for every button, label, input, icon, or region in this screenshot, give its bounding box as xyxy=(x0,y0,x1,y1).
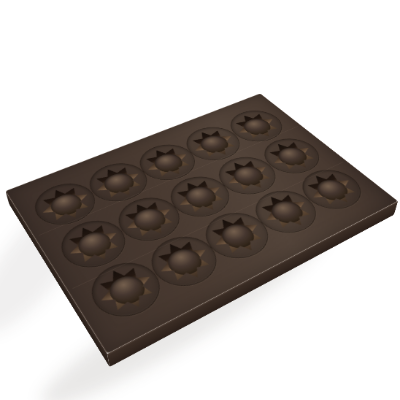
star-cavity xyxy=(201,210,273,262)
mold-cavity xyxy=(50,211,138,279)
star-cavity xyxy=(88,259,164,320)
cavity-floor xyxy=(46,190,87,219)
cavity-floor xyxy=(196,133,234,156)
cavity-floor xyxy=(99,170,139,197)
cavity-floor xyxy=(228,163,268,189)
cavity-floor xyxy=(73,228,117,261)
cavity-floor xyxy=(239,116,276,138)
cavity-floor xyxy=(104,271,151,309)
star-cavity xyxy=(298,167,366,211)
cavity-floor xyxy=(216,220,261,252)
cavity-ring xyxy=(52,213,137,277)
mold-cavity xyxy=(107,189,193,252)
cavity-ring xyxy=(139,228,228,296)
mold-cavity xyxy=(79,252,174,330)
product-photo xyxy=(0,0,400,400)
cavity-floor xyxy=(312,176,354,204)
mold-cavity xyxy=(192,203,282,269)
star-cavity xyxy=(59,218,129,271)
cavity-floor xyxy=(149,151,188,176)
cavity-ring xyxy=(194,205,281,268)
star-cavity xyxy=(147,234,221,290)
baking-mold-tray xyxy=(5,93,398,354)
cavity-floor xyxy=(129,205,171,236)
cavity-ring xyxy=(108,190,191,250)
cavity-ring xyxy=(81,253,173,327)
cavity-floor xyxy=(265,197,308,227)
cavity-floor xyxy=(273,144,312,168)
mold-cavity xyxy=(138,227,230,299)
star-cavity xyxy=(115,195,183,244)
cavity-floor xyxy=(180,183,221,211)
cavity-floor xyxy=(162,245,208,280)
